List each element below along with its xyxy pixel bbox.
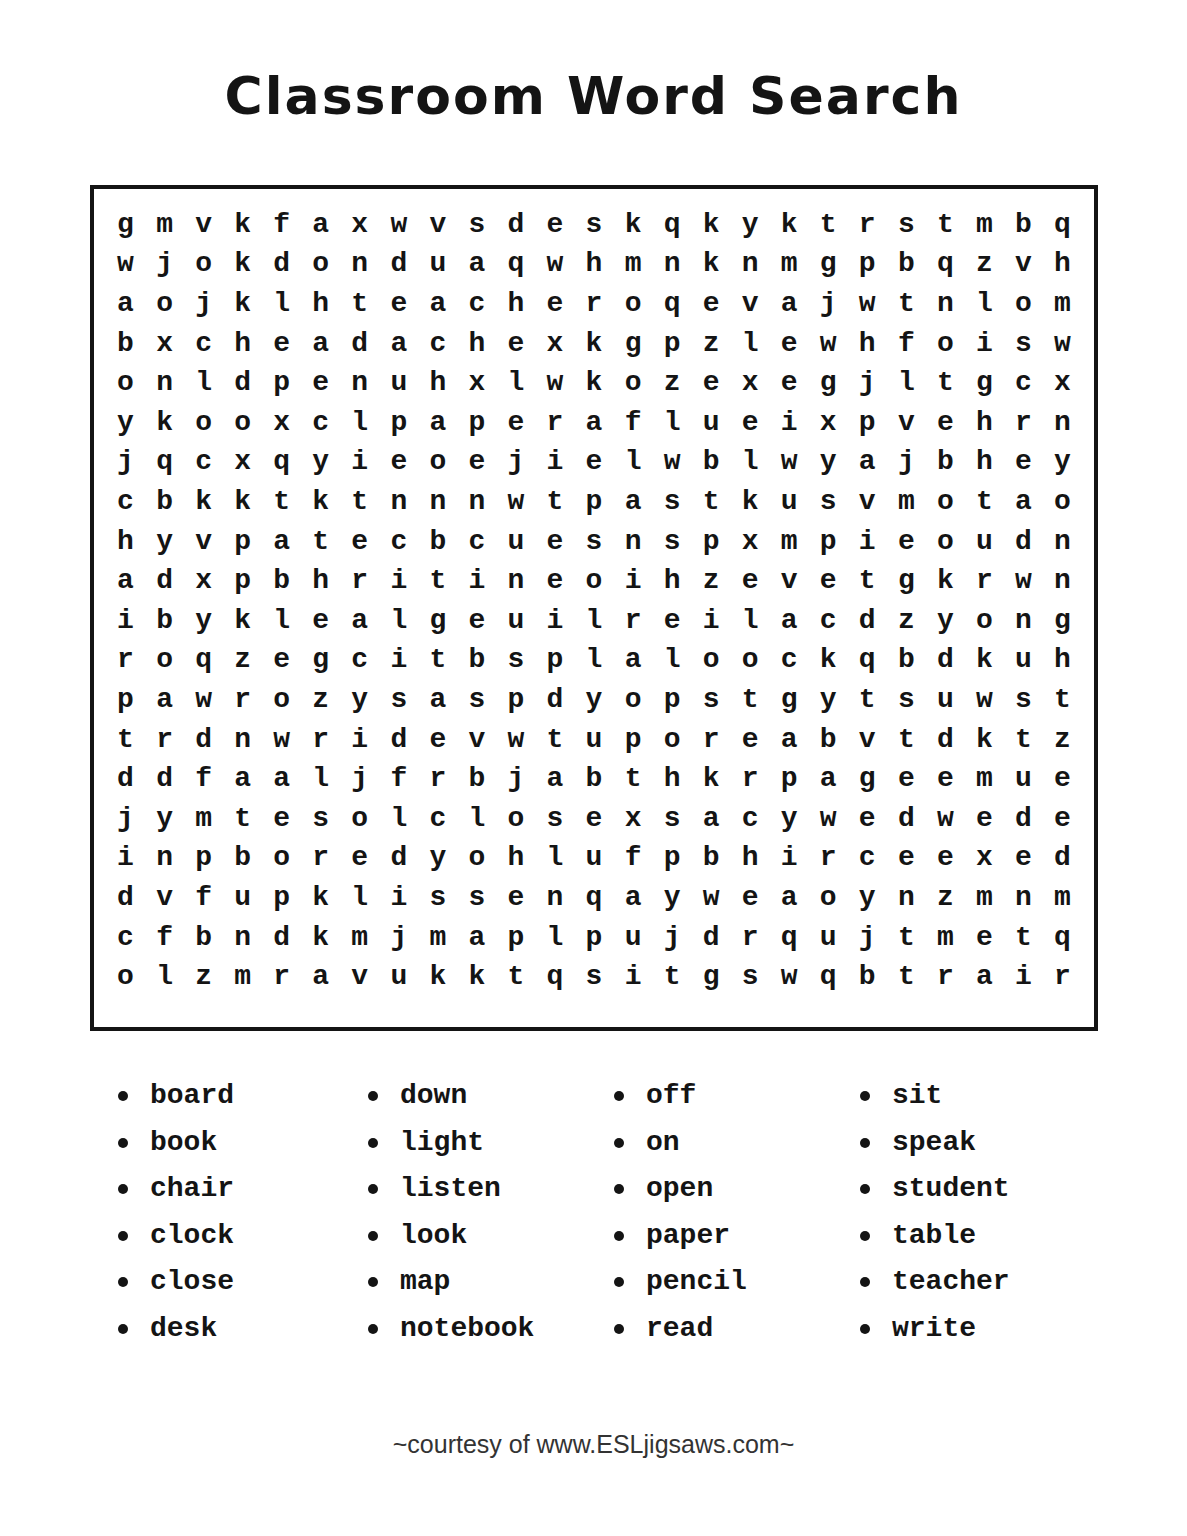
grid-cell-r20c4: m: [223, 957, 262, 997]
grid-cell-r4c21: f: [887, 324, 926, 364]
grid-cell-r8c18: u: [770, 482, 809, 522]
grid-cell-r20c2: l: [145, 957, 184, 997]
grid-cell-r13c7: y: [340, 680, 379, 720]
grid-cell-r14c18: a: [770, 720, 809, 760]
grid-cell-r4c6: a: [301, 324, 340, 364]
grid-cell-r6c1: y: [106, 403, 145, 443]
grid-cell-r14c15: o: [653, 720, 692, 760]
grid-cell-r3c25: m: [1043, 284, 1082, 324]
grid-cell-r9c18: m: [770, 522, 809, 562]
word-label: paper: [646, 1222, 730, 1250]
grid-cell-r18c15: y: [653, 878, 692, 918]
grid-cell-r2c24: v: [1004, 245, 1043, 285]
grid-cell-r1c6: a: [301, 205, 340, 245]
footer-credit: ~courtesy of www.ESLjigsaws.com~: [0, 1430, 1187, 1459]
word-list-item: down: [368, 1073, 614, 1120]
grid-cell-r10c9: t: [418, 561, 457, 601]
grid-cell-r11c21: z: [887, 601, 926, 641]
grid-cell-r11c16: i: [692, 601, 731, 641]
grid-cell-r5c5: p: [262, 363, 301, 403]
word-list-item: board: [118, 1073, 368, 1120]
grid-cell-r14c25: z: [1043, 720, 1082, 760]
grid-cell-r18c18: a: [770, 878, 809, 918]
grid-cell-r7c23: h: [965, 443, 1004, 483]
grid-cell-r10c1: a: [106, 561, 145, 601]
grid-cell-r17c18: i: [770, 839, 809, 879]
grid-cell-r14c22: d: [926, 720, 965, 760]
grid-cell-r18c5: p: [262, 878, 301, 918]
grid-cell-r17c19: r: [809, 839, 848, 879]
grid-cell-r6c14: f: [614, 403, 653, 443]
word-list-item: off: [614, 1073, 860, 1120]
grid-cell-r3c2: o: [145, 284, 184, 324]
grid-cell-r8c16: t: [692, 482, 731, 522]
grid-cell-r19c11: p: [496, 918, 535, 958]
grid-cell-r11c15: e: [653, 601, 692, 641]
grid-cell-r2c1: w: [106, 245, 145, 285]
grid-cell-r9c12: e: [535, 522, 574, 562]
grid-cell-r18c13: q: [574, 878, 613, 918]
bullet-icon: [368, 1324, 378, 1334]
grid-cell-r12c4: z: [223, 641, 262, 681]
grid-cell-r7c8: e: [379, 443, 418, 483]
grid-cell-r7c24: e: [1004, 443, 1043, 483]
grid-cell-r18c10: s: [457, 878, 496, 918]
grid-cell-r4c17: l: [731, 324, 770, 364]
grid-cell-r11c11: u: [496, 601, 535, 641]
grid-cell-r19c5: d: [262, 918, 301, 958]
grid-cell-r19c22: m: [926, 918, 965, 958]
grid-cell-r8c23: t: [965, 482, 1004, 522]
word-list-item: chair: [118, 1166, 368, 1213]
grid-cell-r13c13: y: [574, 680, 613, 720]
grid-cell-r15c7: j: [340, 759, 379, 799]
bullet-icon: [614, 1231, 624, 1241]
grid-cell-r15c4: a: [223, 759, 262, 799]
word-list-item: desk: [118, 1306, 368, 1353]
grid-cell-r15c19: a: [809, 759, 848, 799]
grid-cell-r12c5: e: [262, 641, 301, 681]
grid-cell-r20c16: g: [692, 957, 731, 997]
grid-cell-r9c13: s: [574, 522, 613, 562]
grid-cell-r7c21: j: [887, 443, 926, 483]
grid-cell-r19c9: m: [418, 918, 457, 958]
grid-cell-r18c1: d: [106, 878, 145, 918]
grid-cell-r8c25: o: [1043, 482, 1082, 522]
grid-cell-r12c17: o: [731, 641, 770, 681]
bullet-icon: [368, 1231, 378, 1241]
grid-cell-r8c17: k: [731, 482, 770, 522]
grid-cell-r20c18: w: [770, 957, 809, 997]
bullet-icon: [118, 1231, 128, 1241]
grid-cell-r16c5: e: [262, 799, 301, 839]
grid-cell-r2c5: d: [262, 245, 301, 285]
bullet-icon: [614, 1324, 624, 1334]
grid-cell-r7c2: q: [145, 443, 184, 483]
grid-cell-r3c11: h: [496, 284, 535, 324]
grid-cell-r9c15: s: [653, 522, 692, 562]
grid-cell-r18c17: e: [731, 878, 770, 918]
grid-cell-r11c9: g: [418, 601, 457, 641]
grid-cell-r17c15: p: [653, 839, 692, 879]
grid-cell-r17c3: p: [184, 839, 223, 879]
grid-cell-r8c12: t: [535, 482, 574, 522]
grid-cell-r4c15: p: [653, 324, 692, 364]
grid-cell-r5c4: d: [223, 363, 262, 403]
grid-cell-r11c13: l: [574, 601, 613, 641]
grid-cell-r11c22: y: [926, 601, 965, 641]
grid-cell-r17c23: x: [965, 839, 1004, 879]
grid-cell-r14c6: r: [301, 720, 340, 760]
grid-cell-r9c17: x: [731, 522, 770, 562]
grid-cell-r15c17: r: [731, 759, 770, 799]
word-label: on: [646, 1129, 680, 1157]
word-list-item: open: [614, 1166, 860, 1213]
grid-cell-r12c9: t: [418, 641, 457, 681]
grid-cell-r1c2: m: [145, 205, 184, 245]
grid-cell-r7c1: j: [106, 443, 145, 483]
bullet-icon: [118, 1184, 128, 1194]
grid-cell-r9c3: v: [184, 522, 223, 562]
grid-cell-r7c16: b: [692, 443, 731, 483]
grid-cell-r15c24: u: [1004, 759, 1043, 799]
grid-cell-r11c14: r: [614, 601, 653, 641]
grid-cell-r19c24: t: [1004, 918, 1043, 958]
word-list-item: close: [118, 1259, 368, 1306]
grid-cell-r1c18: k: [770, 205, 809, 245]
grid-cell-r9c8: c: [379, 522, 418, 562]
grid-cell-r5c8: u: [379, 363, 418, 403]
grid-cell-r4c16: z: [692, 324, 731, 364]
grid-cell-r13c25: t: [1043, 680, 1082, 720]
grid-cell-r7c9: o: [418, 443, 457, 483]
grid-cell-r20c10: k: [457, 957, 496, 997]
word-list-item: light: [368, 1120, 614, 1167]
grid-cell-r10c12: e: [535, 561, 574, 601]
grid-cell-r6c21: v: [887, 403, 926, 443]
grid-cell-r1c15: q: [653, 205, 692, 245]
grid-cell-r3c18: a: [770, 284, 809, 324]
grid-cell-r19c25: q: [1043, 918, 1082, 958]
bullet-icon: [368, 1277, 378, 1287]
grid-cell-r19c19: u: [809, 918, 848, 958]
word-label: board: [150, 1082, 234, 1110]
grid-cell-r19c14: u: [614, 918, 653, 958]
grid-cell-r5c15: z: [653, 363, 692, 403]
word-label: map: [400, 1268, 450, 1296]
word-label: light: [400, 1129, 484, 1157]
grid-cell-r13c9: a: [418, 680, 457, 720]
grid-cell-r4c19: w: [809, 324, 848, 364]
grid-cell-r10c18: v: [770, 561, 809, 601]
bullet-icon: [614, 1184, 624, 1194]
grid-cell-r4c24: s: [1004, 324, 1043, 364]
grid-cell-r9c6: t: [301, 522, 340, 562]
grid-cell-r13c1: p: [106, 680, 145, 720]
word-label: notebook: [400, 1315, 534, 1343]
grid-cell-r5c23: g: [965, 363, 1004, 403]
grid-cell-r16c12: s: [535, 799, 574, 839]
word-label: listen: [400, 1175, 501, 1203]
grid-cell-r11c25: g: [1043, 601, 1082, 641]
grid-cell-r18c6: k: [301, 878, 340, 918]
grid-cell-r9c14: n: [614, 522, 653, 562]
grid-cell-r11c19: c: [809, 601, 848, 641]
grid-cell-r12c19: k: [809, 641, 848, 681]
grid-cell-r6c5: x: [262, 403, 301, 443]
grid-cell-r14c17: e: [731, 720, 770, 760]
grid-cell-r5c7: n: [340, 363, 379, 403]
grid-cell-r6c15: l: [653, 403, 692, 443]
grid-cell-r3c5: l: [262, 284, 301, 324]
grid-cell-r2c11: q: [496, 245, 535, 285]
grid-cell-r12c18: c: [770, 641, 809, 681]
grid-cell-r15c8: f: [379, 759, 418, 799]
grid-cell-r6c20: p: [848, 403, 887, 443]
word-list-item: pencil: [614, 1259, 860, 1306]
grid-cell-r2c25: h: [1043, 245, 1082, 285]
grid-cell-r6c3: o: [184, 403, 223, 443]
grid-cell-r14c9: e: [418, 720, 457, 760]
grid-cell-r11c7: a: [340, 601, 379, 641]
word-label: close: [150, 1268, 234, 1296]
grid-cell-r11c3: y: [184, 601, 223, 641]
grid-cell-r18c14: a: [614, 878, 653, 918]
grid-cell-r10c14: i: [614, 561, 653, 601]
grid-cell-r10c17: e: [731, 561, 770, 601]
grid-cell-r16c20: e: [848, 799, 887, 839]
grid-cell-r17c12: l: [535, 839, 574, 879]
grid-cell-r10c19: e: [809, 561, 848, 601]
grid-cell-r14c12: t: [535, 720, 574, 760]
word-list-item: notebook: [368, 1306, 614, 1353]
grid-cell-r20c14: i: [614, 957, 653, 997]
grid-cell-r9c19: p: [809, 522, 848, 562]
grid-cell-r3c19: j: [809, 284, 848, 324]
grid-cell-r6c7: l: [340, 403, 379, 443]
grid-cell-r15c11: j: [496, 759, 535, 799]
grid-cell-r8c14: a: [614, 482, 653, 522]
grid-cell-r15c18: p: [770, 759, 809, 799]
grid-cell-r16c15: s: [653, 799, 692, 839]
word-label: down: [400, 1082, 467, 1110]
grid-cell-r18c3: f: [184, 878, 223, 918]
grid-cell-r1c1: g: [106, 205, 145, 245]
word-label: read: [646, 1315, 713, 1343]
grid-cell-r7c6: y: [301, 443, 340, 483]
grid-cell-r5c21: l: [887, 363, 926, 403]
word-list-item: clock: [118, 1213, 368, 1260]
grid-cell-r14c14: p: [614, 720, 653, 760]
grid-cell-r2c3: o: [184, 245, 223, 285]
grid-cell-r5c9: h: [418, 363, 457, 403]
grid-cell-r8c22: o: [926, 482, 965, 522]
grid-cell-r2c16: k: [692, 245, 731, 285]
bullet-icon: [118, 1138, 128, 1148]
grid-cell-r12c11: s: [496, 641, 535, 681]
grid-cell-r3c3: j: [184, 284, 223, 324]
grid-cell-r11c17: l: [731, 601, 770, 641]
grid-cell-r5c13: k: [574, 363, 613, 403]
grid-cell-r1c23: m: [965, 205, 1004, 245]
grid-cell-r7c20: a: [848, 443, 887, 483]
grid-cell-r3c24: o: [1004, 284, 1043, 324]
grid-cell-r16c23: e: [965, 799, 1004, 839]
word-list-item: table: [860, 1213, 1110, 1260]
grid-cell-r6c12: r: [535, 403, 574, 443]
grid-cell-r10c15: h: [653, 561, 692, 601]
grid-cell-r8c19: s: [809, 482, 848, 522]
grid-cell-r7c7: i: [340, 443, 379, 483]
grid-cell-r16c3: m: [184, 799, 223, 839]
grid-cell-r8c2: b: [145, 482, 184, 522]
grid-cell-r3c6: h: [301, 284, 340, 324]
grid-cell-r11c8: l: [379, 601, 418, 641]
grid-cell-r17c2: n: [145, 839, 184, 879]
grid-cell-r5c17: x: [731, 363, 770, 403]
grid-cell-r1c13: s: [574, 205, 613, 245]
word-label: book: [150, 1129, 217, 1157]
grid-cell-r15c20: g: [848, 759, 887, 799]
grid-cell-r5c6: e: [301, 363, 340, 403]
grid-cell-r1c20: r: [848, 205, 887, 245]
grid-cell-r20c9: k: [418, 957, 457, 997]
grid-cell-r20c11: t: [496, 957, 535, 997]
grid-cell-r3c15: q: [653, 284, 692, 324]
grid-cell-r5c20: j: [848, 363, 887, 403]
bullet-icon: [368, 1138, 378, 1148]
grid-cell-r19c7: m: [340, 918, 379, 958]
grid-cell-r8c1: c: [106, 482, 145, 522]
bullet-icon: [614, 1138, 624, 1148]
grid-cell-r19c17: r: [731, 918, 770, 958]
grid-cell-r17c5: o: [262, 839, 301, 879]
grid-cell-r4c4: h: [223, 324, 262, 364]
grid-cell-r15c3: f: [184, 759, 223, 799]
grid-cell-r6c4: o: [223, 403, 262, 443]
grid-cell-r20c13: s: [574, 957, 613, 997]
grid-cell-r12c23: k: [965, 641, 1004, 681]
grid-cell-r2c17: n: [731, 245, 770, 285]
grid-cell-r12c15: l: [653, 641, 692, 681]
grid-cell-r7c12: i: [535, 443, 574, 483]
grid-cell-r13c5: o: [262, 680, 301, 720]
grid-cell-r20c12: q: [535, 957, 574, 997]
grid-cell-r16c21: d: [887, 799, 926, 839]
grid-cell-r1c19: t: [809, 205, 848, 245]
grid-cell-r3c16: e: [692, 284, 731, 324]
grid-cell-r19c18: q: [770, 918, 809, 958]
grid-cell-r13c11: p: [496, 680, 535, 720]
grid-cell-r11c4: k: [223, 601, 262, 641]
grid-cell-r18c23: m: [965, 878, 1004, 918]
bullet-icon: [860, 1184, 870, 1194]
grid-cell-r9c16: p: [692, 522, 731, 562]
grid-cell-r3c10: c: [457, 284, 496, 324]
bullet-icon: [118, 1277, 128, 1287]
grid-cell-r15c21: e: [887, 759, 926, 799]
grid-cell-r7c22: b: [926, 443, 965, 483]
grid-cell-r5c22: t: [926, 363, 965, 403]
grid-cell-r5c19: g: [809, 363, 848, 403]
grid-cell-r4c22: o: [926, 324, 965, 364]
grid-cell-r10c16: z: [692, 561, 731, 601]
grid-cell-r7c10: e: [457, 443, 496, 483]
grid-cell-r16c14: x: [614, 799, 653, 839]
grid-cell-r2c9: u: [418, 245, 457, 285]
grid-cell-r20c5: r: [262, 957, 301, 997]
grid-cell-r1c5: f: [262, 205, 301, 245]
grid-cell-r18c11: e: [496, 878, 535, 918]
grid-cell-r1c9: v: [418, 205, 457, 245]
grid-cell-r16c13: e: [574, 799, 613, 839]
grid-cell-r2c4: k: [223, 245, 262, 285]
grid-cell-r17c14: f: [614, 839, 653, 879]
grid-cell-r15c9: r: [418, 759, 457, 799]
grid-cell-r16c24: d: [1004, 799, 1043, 839]
grid-cell-r2c22: q: [926, 245, 965, 285]
grid-cell-r17c9: y: [418, 839, 457, 879]
grid-cell-r10c8: i: [379, 561, 418, 601]
grid-cell-r9c20: i: [848, 522, 887, 562]
grid-cell-r10c10: i: [457, 561, 496, 601]
grid-cell-r17c21: e: [887, 839, 926, 879]
grid-cell-r3c7: t: [340, 284, 379, 324]
grid-cell-r18c2: v: [145, 878, 184, 918]
grid-cell-r4c5: e: [262, 324, 301, 364]
grid-cell-r6c6: c: [301, 403, 340, 443]
grid-cell-r11c18: a: [770, 601, 809, 641]
grid-cell-r10c7: r: [340, 561, 379, 601]
grid-cell-r19c1: c: [106, 918, 145, 958]
grid-cell-r17c22: e: [926, 839, 965, 879]
bullet-icon: [860, 1231, 870, 1241]
grid-cell-r15c14: t: [614, 759, 653, 799]
bullet-icon: [860, 1277, 870, 1287]
grid-cell-r17c13: u: [574, 839, 613, 879]
word-label: clock: [150, 1222, 234, 1250]
grid-cell-r2c13: h: [574, 245, 613, 285]
page-title: Classroom Word Search: [0, 66, 1187, 126]
grid-cell-r10c11: n: [496, 561, 535, 601]
word-list-item: speak: [860, 1120, 1110, 1167]
grid-cell-r9c9: b: [418, 522, 457, 562]
grid-cell-r6c2: k: [145, 403, 184, 443]
grid-cell-r19c2: f: [145, 918, 184, 958]
grid-cell-r10c23: r: [965, 561, 1004, 601]
grid-cell-r16c19: w: [809, 799, 848, 839]
grid-cell-r10c20: t: [848, 561, 887, 601]
grid-cell-r3c23: l: [965, 284, 1004, 324]
grid-cell-r16c22: w: [926, 799, 965, 839]
grid-cell-r1c11: d: [496, 205, 535, 245]
grid-cell-r13c24: s: [1004, 680, 1043, 720]
grid-cell-r12c6: g: [301, 641, 340, 681]
grid-cell-r11c12: i: [535, 601, 574, 641]
word-label: write: [892, 1315, 976, 1343]
grid-cell-r6c17: e: [731, 403, 770, 443]
grid-cell-r10c22: k: [926, 561, 965, 601]
grid-cell-r17c25: d: [1043, 839, 1082, 879]
grid-cell-r2c8: d: [379, 245, 418, 285]
grid-cell-r1c21: s: [887, 205, 926, 245]
grid-cell-r8c15: s: [653, 482, 692, 522]
grid-cell-r6c24: r: [1004, 403, 1043, 443]
grid-cell-r11c10: e: [457, 601, 496, 641]
word-label: teacher: [892, 1268, 1010, 1296]
grid-cell-r4c12: x: [535, 324, 574, 364]
grid-cell-r16c17: c: [731, 799, 770, 839]
